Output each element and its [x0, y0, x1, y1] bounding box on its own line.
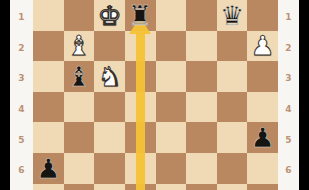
square-d2[interactable]: [156, 31, 187, 62]
rank-label-1: 1: [10, 2, 33, 33]
move-arrow-shaft: [136, 33, 145, 190]
rank-labels-right: 123456: [278, 0, 299, 190]
square-c4[interactable]: [186, 92, 217, 123]
square-f5[interactable]: [94, 122, 125, 153]
square-h6[interactable]: ♟: [33, 153, 64, 184]
square-b6[interactable]: [217, 153, 248, 184]
square-b2[interactable]: [217, 31, 248, 62]
square-h7[interactable]: [33, 184, 64, 190]
square-g3[interactable]: ♝: [64, 61, 95, 92]
square-g1[interactable]: [64, 0, 95, 31]
square-a1[interactable]: [247, 0, 278, 31]
piece-black-bishop-g3[interactable]: ♝: [64, 61, 95, 92]
rank-label-6: 6: [278, 155, 299, 186]
square-d5[interactable]: [156, 122, 187, 153]
piece-black-rook-e1[interactable]: ♜: [125, 0, 156, 31]
square-h1[interactable]: [33, 0, 64, 31]
square-f7[interactable]: [94, 184, 125, 190]
rank-label-1: 1: [278, 2, 299, 33]
square-d1[interactable]: [156, 0, 187, 31]
square-g6[interactable]: [64, 153, 95, 184]
piece-white-king-f1[interactable]: ♚: [94, 0, 125, 31]
square-f1[interactable]: ♚: [94, 0, 125, 31]
square-a5[interactable]: ♟: [247, 122, 278, 153]
square-e1[interactable]: ♜: [125, 0, 156, 31]
square-a4[interactable]: [247, 92, 278, 123]
square-a7[interactable]: [247, 184, 278, 190]
square-a2[interactable]: ♟: [247, 31, 278, 62]
rank-label-5: 5: [10, 124, 33, 155]
square-c5[interactable]: [186, 122, 217, 153]
square-h2[interactable]: [33, 31, 64, 62]
piece-black-pawn-a5[interactable]: ♟: [247, 122, 278, 153]
square-f3[interactable]: ♞: [94, 61, 125, 92]
piece-black-queen-b1[interactable]: ♛: [217, 0, 248, 31]
square-f6[interactable]: [94, 153, 125, 184]
square-b3[interactable]: [217, 61, 248, 92]
rank-label-6: 6: [10, 155, 33, 186]
piece-white-pawn-a2[interactable]: ♟: [247, 31, 278, 62]
square-h3[interactable]: [33, 61, 64, 92]
square-c3[interactable]: [186, 61, 217, 92]
square-c2[interactable]: [186, 31, 217, 62]
piece-black-pawn-h6[interactable]: ♟: [33, 153, 64, 184]
square-f2[interactable]: [94, 31, 125, 62]
square-d3[interactable]: [156, 61, 187, 92]
rank-label-4: 4: [10, 94, 33, 125]
rank-label-2: 2: [278, 33, 299, 64]
rank-labels-left: 123456: [10, 0, 33, 190]
square-h5[interactable]: [33, 122, 64, 153]
rank-label-2: 2: [10, 33, 33, 64]
square-c6[interactable]: [186, 153, 217, 184]
square-d7[interactable]: [156, 184, 187, 190]
rank-label-4: 4: [278, 94, 299, 125]
square-b7[interactable]: [217, 184, 248, 190]
square-b5[interactable]: [217, 122, 248, 153]
square-g4[interactable]: [64, 92, 95, 123]
chess-board-screenshot: 123456 ♚♜♛♝♟♝♞♟♟ 123456: [0, 0, 309, 190]
square-b4[interactable]: [217, 92, 248, 123]
rank-label-5: 5: [278, 124, 299, 155]
square-g2[interactable]: ♝: [64, 31, 95, 62]
square-g5[interactable]: [64, 122, 95, 153]
square-a3[interactable]: [247, 61, 278, 92]
square-h4[interactable]: [33, 92, 64, 123]
square-c7[interactable]: [186, 184, 217, 190]
square-g7[interactable]: [64, 184, 95, 190]
square-b1[interactable]: ♛: [217, 0, 248, 31]
square-a6[interactable]: [247, 153, 278, 184]
square-d4[interactable]: [156, 92, 187, 123]
piece-white-bishop-g2[interactable]: ♝: [64, 31, 95, 62]
square-c1[interactable]: [186, 0, 217, 31]
chess-board: ♚♜♛♝♟♝♞♟♟: [33, 0, 278, 190]
rank-label-3: 3: [10, 63, 33, 94]
piece-white-knight-f3[interactable]: ♞: [94, 61, 125, 92]
rank-label-3: 3: [278, 63, 299, 94]
square-d6[interactable]: [156, 153, 187, 184]
square-f4[interactable]: [94, 92, 125, 123]
